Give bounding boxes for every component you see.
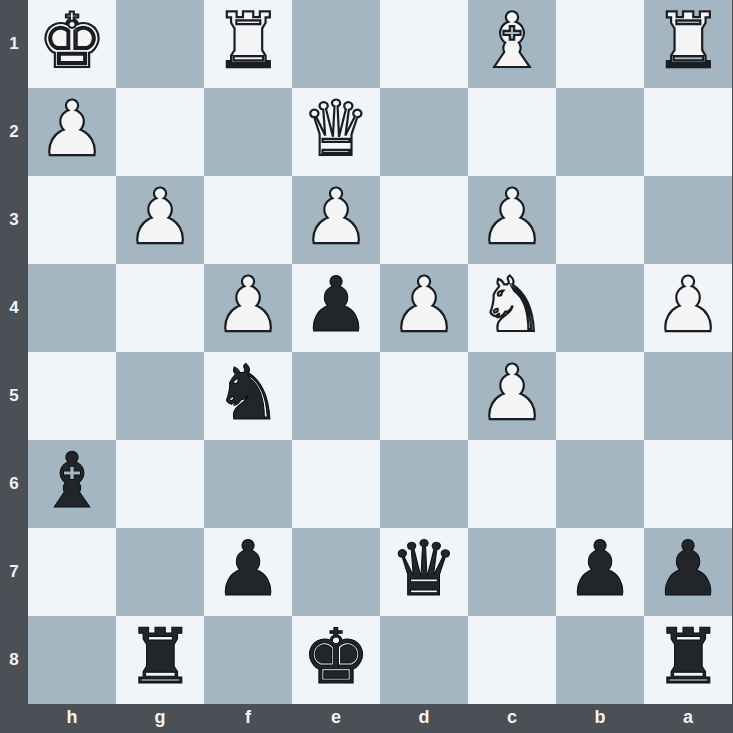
white-pawn[interactable]: ♟ <box>38 85 106 173</box>
white-bishop[interactable]: ♝ <box>478 0 546 85</box>
white-pawn[interactable]: ♟ <box>478 349 546 437</box>
square-b1[interactable] <box>556 0 644 88</box>
black-pawn[interactable]: ♟ <box>566 525 634 613</box>
square-a3[interactable] <box>644 176 732 264</box>
square-h1[interactable]: ♚ <box>28 0 116 88</box>
square-f4[interactable]: ♟ <box>204 264 292 352</box>
rank-label-7: 7 <box>0 528 28 616</box>
square-c1[interactable]: ♝ <box>468 0 556 88</box>
square-h6[interactable]: ♝ <box>28 440 116 528</box>
square-h5[interactable] <box>28 352 116 440</box>
black-pawn[interactable]: ♟ <box>214 525 282 613</box>
file-label-d: d <box>380 704 468 733</box>
square-f7[interactable]: ♟ <box>204 528 292 616</box>
rank-label-5: 5 <box>0 352 28 440</box>
white-knight[interactable]: ♞ <box>478 261 546 349</box>
square-a4[interactable]: ♟ <box>644 264 732 352</box>
white-pawn[interactable]: ♟ <box>654 261 722 349</box>
square-f1[interactable]: ♜ <box>204 0 292 88</box>
square-b8[interactable] <box>556 616 644 704</box>
square-b3[interactable] <box>556 176 644 264</box>
square-a1[interactable]: ♜ <box>644 0 732 88</box>
square-g4[interactable] <box>116 264 204 352</box>
black-rook[interactable]: ♜ <box>126 613 194 701</box>
square-b7[interactable]: ♟ <box>556 528 644 616</box>
chess-board[interactable]: ♚♜♝♜♟♛♟♟♟♟♟♟♞♟♞♟♝♟♛♟♟♜♚♜ <box>28 0 732 704</box>
square-d5[interactable] <box>380 352 468 440</box>
square-c5[interactable]: ♟ <box>468 352 556 440</box>
square-h7[interactable] <box>28 528 116 616</box>
square-f8[interactable] <box>204 616 292 704</box>
file-label-a: a <box>644 704 732 733</box>
square-g5[interactable] <box>116 352 204 440</box>
white-rook[interactable]: ♜ <box>654 0 722 85</box>
square-d2[interactable] <box>380 88 468 176</box>
square-c7[interactable] <box>468 528 556 616</box>
square-h3[interactable] <box>28 176 116 264</box>
square-g6[interactable] <box>116 440 204 528</box>
square-c8[interactable] <box>468 616 556 704</box>
white-pawn[interactable]: ♟ <box>390 261 458 349</box>
square-a8[interactable]: ♜ <box>644 616 732 704</box>
board-frame: 12345678 ♚♜♝♜♟♛♟♟♟♟♟♟♞♟♞♟♝♟♛♟♟♜♚♜ hgfedc… <box>0 0 733 733</box>
black-pawn[interactable]: ♟ <box>302 261 370 349</box>
file-label-e: e <box>292 704 380 733</box>
black-bishop[interactable]: ♝ <box>38 437 106 525</box>
white-pawn[interactable]: ♟ <box>302 173 370 261</box>
white-pawn[interactable]: ♟ <box>214 261 282 349</box>
black-rook[interactable]: ♜ <box>654 613 722 701</box>
square-h2[interactable]: ♟ <box>28 88 116 176</box>
square-e2[interactable]: ♛ <box>292 88 380 176</box>
square-c4[interactable]: ♞ <box>468 264 556 352</box>
rank-label-4: 4 <box>0 264 28 352</box>
square-f5[interactable]: ♞ <box>204 352 292 440</box>
square-h8[interactable] <box>28 616 116 704</box>
white-rook[interactable]: ♜ <box>214 0 282 85</box>
square-f6[interactable] <box>204 440 292 528</box>
square-a6[interactable] <box>644 440 732 528</box>
black-knight[interactable]: ♞ <box>214 349 282 437</box>
square-c6[interactable] <box>468 440 556 528</box>
file-label-b: b <box>556 704 644 733</box>
square-d7[interactable]: ♛ <box>380 528 468 616</box>
white-king[interactable]: ♚ <box>38 0 106 85</box>
square-h4[interactable] <box>28 264 116 352</box>
file-label-h: h <box>28 704 116 733</box>
black-king[interactable]: ♚ <box>302 613 370 701</box>
file-label-g: g <box>116 704 204 733</box>
black-pawn[interactable]: ♟ <box>654 525 722 613</box>
square-e1[interactable] <box>292 0 380 88</box>
white-pawn[interactable]: ♟ <box>478 173 546 261</box>
file-labels: hgfedcba <box>28 704 732 733</box>
square-d3[interactable] <box>380 176 468 264</box>
square-c3[interactable]: ♟ <box>468 176 556 264</box>
square-a2[interactable] <box>644 88 732 176</box>
rank-labels: 12345678 <box>0 0 28 704</box>
square-f2[interactable] <box>204 88 292 176</box>
square-d1[interactable] <box>380 0 468 88</box>
square-g1[interactable] <box>116 0 204 88</box>
square-d4[interactable]: ♟ <box>380 264 468 352</box>
file-label-f: f <box>204 704 292 733</box>
square-e8[interactable]: ♚ <box>292 616 380 704</box>
rank-label-2: 2 <box>0 88 28 176</box>
square-b6[interactable] <box>556 440 644 528</box>
square-b5[interactable] <box>556 352 644 440</box>
rank-label-6: 6 <box>0 440 28 528</box>
square-d8[interactable] <box>380 616 468 704</box>
square-g7[interactable] <box>116 528 204 616</box>
square-e5[interactable] <box>292 352 380 440</box>
square-g8[interactable]: ♜ <box>116 616 204 704</box>
square-e7[interactable] <box>292 528 380 616</box>
white-pawn[interactable]: ♟ <box>126 173 194 261</box>
square-b2[interactable] <box>556 88 644 176</box>
square-a5[interactable] <box>644 352 732 440</box>
square-e6[interactable] <box>292 440 380 528</box>
black-queen[interactable]: ♛ <box>390 525 458 613</box>
square-g3[interactable]: ♟ <box>116 176 204 264</box>
square-g2[interactable] <box>116 88 204 176</box>
rank-label-8: 8 <box>0 616 28 704</box>
white-queen[interactable]: ♛ <box>302 85 370 173</box>
square-f3[interactable] <box>204 176 292 264</box>
square-d6[interactable] <box>380 440 468 528</box>
square-a7[interactable]: ♟ <box>644 528 732 616</box>
rank-label-1: 1 <box>0 0 28 88</box>
square-e4[interactable]: ♟ <box>292 264 380 352</box>
file-label-c: c <box>468 704 556 733</box>
square-c2[interactable] <box>468 88 556 176</box>
rank-label-3: 3 <box>0 176 28 264</box>
square-e3[interactable]: ♟ <box>292 176 380 264</box>
square-b4[interactable] <box>556 264 644 352</box>
